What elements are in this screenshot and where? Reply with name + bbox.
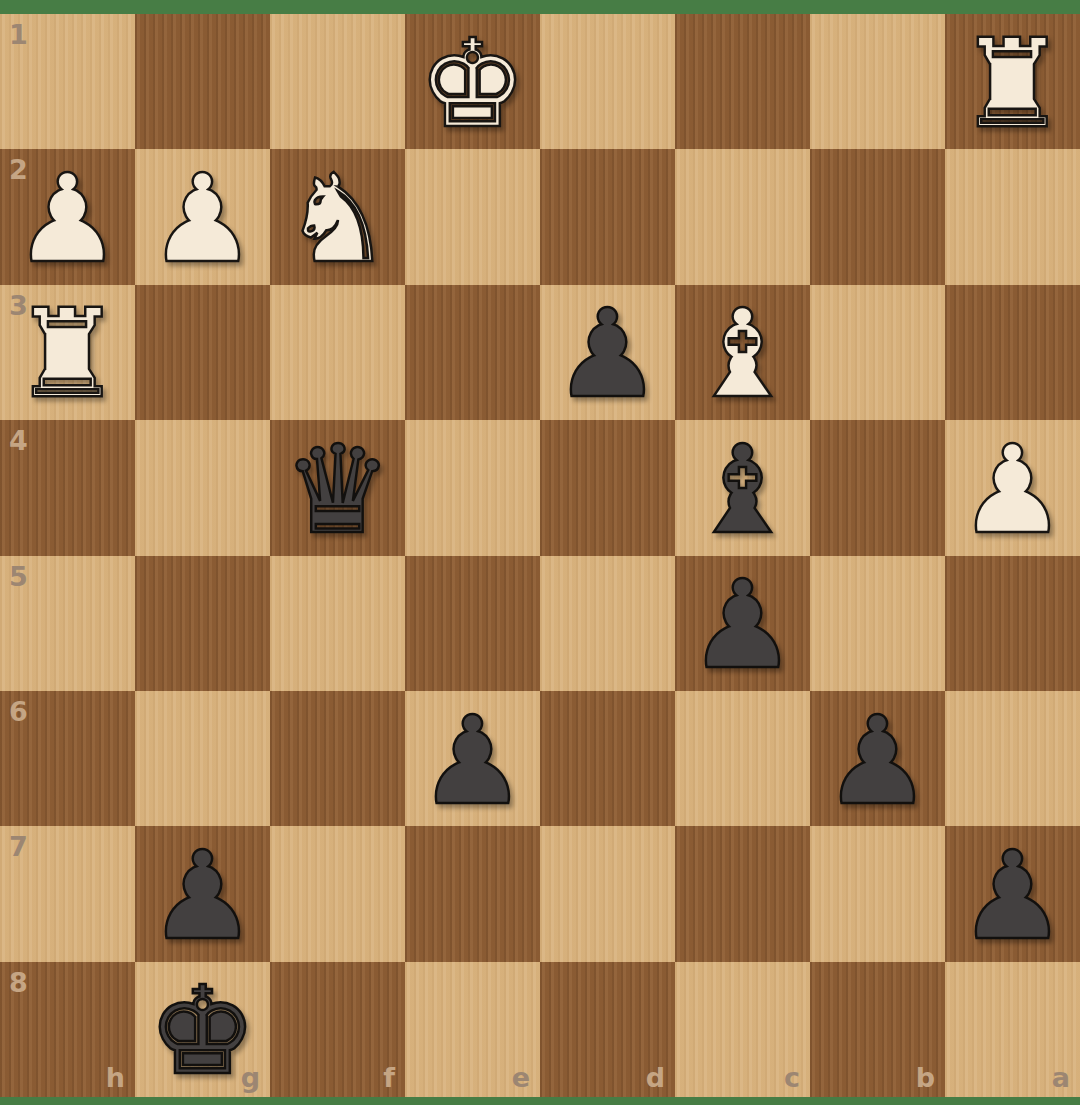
piece-black-pawn[interactable]: ♟	[958, 835, 1067, 957]
square-h2[interactable]: 2♟	[0, 149, 135, 284]
rank-label-4: 4	[9, 427, 28, 454]
piece-black-king[interactable]: ♚	[148, 970, 257, 1092]
piece-white-pawn[interactable]: ♟	[13, 158, 122, 280]
square-c7[interactable]	[675, 826, 810, 961]
square-h4[interactable]: 4	[0, 420, 135, 555]
square-g2[interactable]: ♟	[135, 149, 270, 284]
square-g6[interactable]	[135, 691, 270, 826]
file-label-b: b	[916, 1064, 935, 1091]
file-label-e: e	[512, 1064, 530, 1091]
square-b6[interactable]: ♟	[810, 691, 945, 826]
chess-app: 1♚♜2♟♟♞3♜♟♝4♛♝♟5♟6♟♟7♟♟8hg♚fedcba	[0, 0, 1080, 1105]
square-e3[interactable]	[405, 285, 540, 420]
square-g3[interactable]	[135, 285, 270, 420]
square-d5[interactable]	[540, 556, 675, 691]
square-h3[interactable]: 3♜	[0, 285, 135, 420]
chess-board: 1♚♜2♟♟♞3♜♟♝4♛♝♟5♟6♟♟7♟♟8hg♚fedcba	[0, 14, 1080, 1097]
square-d6[interactable]	[540, 691, 675, 826]
rank-label-5: 5	[9, 563, 28, 590]
piece-black-pawn[interactable]: ♟	[553, 293, 662, 415]
square-a1[interactable]: ♜	[945, 14, 1080, 149]
file-label-a: a	[1052, 1064, 1070, 1091]
piece-black-pawn[interactable]: ♟	[823, 700, 932, 822]
piece-black-queen[interactable]: ♛	[283, 429, 392, 551]
square-g4[interactable]	[135, 420, 270, 555]
square-c6[interactable]	[675, 691, 810, 826]
square-e5[interactable]	[405, 556, 540, 691]
top-background-strip	[0, 0, 1080, 14]
piece-white-pawn[interactable]: ♟	[148, 158, 257, 280]
square-c5[interactable]: ♟	[675, 556, 810, 691]
square-b4[interactable]	[810, 420, 945, 555]
square-e8[interactable]: e	[405, 962, 540, 1097]
square-h7[interactable]: 7	[0, 826, 135, 961]
square-e7[interactable]	[405, 826, 540, 961]
piece-black-bishop[interactable]: ♝	[688, 429, 797, 551]
square-e1[interactable]: ♚	[405, 14, 540, 149]
piece-white-rook[interactable]: ♜	[958, 23, 1067, 145]
square-g1[interactable]	[135, 14, 270, 149]
square-f1[interactable]	[270, 14, 405, 149]
bottom-background-strip	[0, 1097, 1080, 1105]
square-f5[interactable]	[270, 556, 405, 691]
square-a8[interactable]: a	[945, 962, 1080, 1097]
file-label-f: f	[383, 1064, 395, 1091]
square-g7[interactable]: ♟	[135, 826, 270, 961]
rank-label-8: 8	[9, 969, 28, 996]
square-a3[interactable]	[945, 285, 1080, 420]
square-f6[interactable]	[270, 691, 405, 826]
square-e4[interactable]	[405, 420, 540, 555]
square-b7[interactable]	[810, 826, 945, 961]
square-d1[interactable]	[540, 14, 675, 149]
square-d8[interactable]: d	[540, 962, 675, 1097]
square-b1[interactable]	[810, 14, 945, 149]
square-d4[interactable]	[540, 420, 675, 555]
piece-black-pawn[interactable]: ♟	[418, 700, 527, 822]
square-b8[interactable]: b	[810, 962, 945, 1097]
rank-label-6: 6	[9, 698, 28, 725]
square-g8[interactable]: g♚	[135, 962, 270, 1097]
square-b2[interactable]	[810, 149, 945, 284]
square-d7[interactable]	[540, 826, 675, 961]
square-h6[interactable]: 6	[0, 691, 135, 826]
square-h1[interactable]: 1	[0, 14, 135, 149]
square-c1[interactable]	[675, 14, 810, 149]
piece-white-bishop[interactable]: ♝	[688, 293, 797, 415]
square-d3[interactable]: ♟	[540, 285, 675, 420]
square-f4[interactable]: ♛	[270, 420, 405, 555]
piece-white-king[interactable]: ♚	[418, 23, 527, 145]
square-f7[interactable]	[270, 826, 405, 961]
square-c4[interactable]: ♝	[675, 420, 810, 555]
square-f2[interactable]: ♞	[270, 149, 405, 284]
square-d2[interactable]	[540, 149, 675, 284]
square-c3[interactable]: ♝	[675, 285, 810, 420]
file-label-d: d	[646, 1064, 665, 1091]
piece-white-rook[interactable]: ♜	[13, 293, 122, 415]
square-f3[interactable]	[270, 285, 405, 420]
square-a5[interactable]	[945, 556, 1080, 691]
square-c2[interactable]	[675, 149, 810, 284]
piece-white-knight[interactable]: ♞	[283, 158, 392, 280]
file-label-h: h	[106, 1064, 125, 1091]
square-b3[interactable]	[810, 285, 945, 420]
square-h5[interactable]: 5	[0, 556, 135, 691]
rank-label-7: 7	[9, 833, 28, 860]
file-label-c: c	[784, 1064, 800, 1091]
piece-black-pawn[interactable]: ♟	[148, 835, 257, 957]
square-g5[interactable]	[135, 556, 270, 691]
square-a2[interactable]	[945, 149, 1080, 284]
square-c8[interactable]: c	[675, 962, 810, 1097]
square-a6[interactable]	[945, 691, 1080, 826]
square-h8[interactable]: 8h	[0, 962, 135, 1097]
piece-white-pawn[interactable]: ♟	[958, 429, 1067, 551]
square-a4[interactable]: ♟	[945, 420, 1080, 555]
square-e6[interactable]: ♟	[405, 691, 540, 826]
square-a7[interactable]: ♟	[945, 826, 1080, 961]
square-b5[interactable]	[810, 556, 945, 691]
square-f8[interactable]: f	[270, 962, 405, 1097]
piece-black-pawn[interactable]: ♟	[688, 564, 797, 686]
square-e2[interactable]	[405, 149, 540, 284]
rank-label-1: 1	[9, 21, 28, 48]
